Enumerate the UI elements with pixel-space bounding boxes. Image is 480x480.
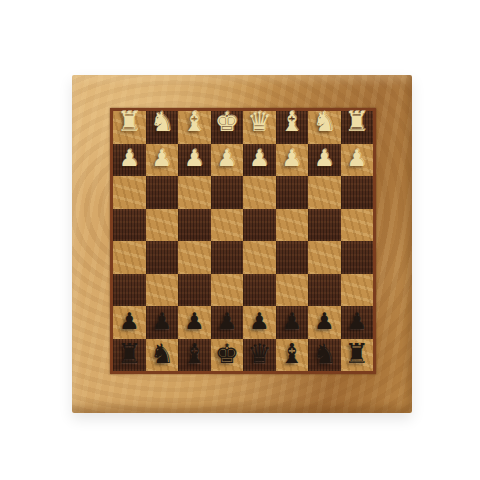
- square-f3: [178, 176, 211, 209]
- square-h4: [113, 209, 146, 242]
- square-e7: ♟: [211, 306, 244, 339]
- square-b7: ♟: [308, 306, 341, 339]
- square-a3: [341, 176, 374, 209]
- black-knight-piece: ♞: [312, 340, 336, 367]
- black-pawn-piece: ♟: [249, 310, 270, 333]
- square-h6: [113, 274, 146, 307]
- black-rook-piece: ♜: [345, 340, 369, 367]
- square-c2: ♟: [276, 144, 309, 177]
- square-g2: ♟: [146, 144, 179, 177]
- square-c5: [276, 241, 309, 274]
- square-f8: ♝: [178, 339, 211, 372]
- square-b4: [308, 209, 341, 242]
- square-d5: [243, 241, 276, 274]
- black-bishop-piece: ♝: [280, 340, 304, 367]
- square-a1: ♜: [341, 111, 374, 144]
- white-pawn-piece: ♟: [184, 147, 205, 170]
- square-e4: [211, 209, 244, 242]
- square-c1: ♝: [276, 111, 309, 144]
- square-h8: ♜: [113, 339, 146, 372]
- black-pawn-piece: ♟: [184, 310, 205, 333]
- white-pawn-piece: ♟: [281, 147, 302, 170]
- square-g5: [146, 241, 179, 274]
- black-pawn-piece: ♟: [281, 310, 302, 333]
- square-d1: ♛: [243, 111, 276, 144]
- square-e5: [211, 241, 244, 274]
- square-b1: ♞: [308, 111, 341, 144]
- square-a7: ♟: [341, 306, 374, 339]
- white-pawn-piece: ♟: [249, 147, 270, 170]
- square-d6: [243, 274, 276, 307]
- white-knight-piece: ♞: [312, 108, 336, 135]
- square-f5: [178, 241, 211, 274]
- square-h1: ♜: [113, 111, 146, 144]
- square-b8: ♞: [308, 339, 341, 372]
- white-bishop-piece: ♝: [280, 108, 304, 135]
- square-d7: ♟: [243, 306, 276, 339]
- square-c3: [276, 176, 309, 209]
- black-bishop-piece: ♝: [182, 340, 206, 367]
- square-g6: [146, 274, 179, 307]
- black-king-piece: ♚: [215, 340, 239, 367]
- square-f6: [178, 274, 211, 307]
- square-h7: ♟: [113, 306, 146, 339]
- chess-board-frame: ♜♞♝♚♛♝♞♜♟♟♟♟♟♟♟♟♟♟♟♟♟♟♟♟♜♞♝♚♛♝♞♜: [72, 75, 412, 413]
- square-f4: [178, 209, 211, 242]
- white-king-piece: ♚: [215, 108, 239, 135]
- board-grid: ♜♞♝♚♛♝♞♜♟♟♟♟♟♟♟♟♟♟♟♟♟♟♟♟♜♞♝♚♛♝♞♜: [113, 111, 373, 371]
- square-e2: ♟: [211, 144, 244, 177]
- square-d2: ♟: [243, 144, 276, 177]
- square-g3: [146, 176, 179, 209]
- black-knight-piece: ♞: [150, 340, 174, 367]
- square-a5: [341, 241, 374, 274]
- square-f2: ♟: [178, 144, 211, 177]
- square-e8: ♚: [211, 339, 244, 372]
- black-pawn-piece: ♟: [151, 310, 172, 333]
- white-knight-piece: ♞: [150, 108, 174, 135]
- square-a2: ♟: [341, 144, 374, 177]
- square-g1: ♞: [146, 111, 179, 144]
- square-g7: ♟: [146, 306, 179, 339]
- square-h2: ♟: [113, 144, 146, 177]
- black-pawn-piece: ♟: [314, 310, 335, 333]
- square-d3: [243, 176, 276, 209]
- square-b6: [308, 274, 341, 307]
- white-pawn-piece: ♟: [119, 147, 140, 170]
- square-b5: [308, 241, 341, 274]
- square-h5: [113, 241, 146, 274]
- white-pawn-piece: ♟: [151, 147, 172, 170]
- square-f7: ♟: [178, 306, 211, 339]
- square-c4: [276, 209, 309, 242]
- square-d8: ♛: [243, 339, 276, 372]
- black-pawn-piece: ♟: [119, 310, 140, 333]
- square-h3: [113, 176, 146, 209]
- white-pawn-piece: ♟: [216, 147, 237, 170]
- square-c8: ♝: [276, 339, 309, 372]
- square-a8: ♜: [341, 339, 374, 372]
- white-rook-piece: ♜: [345, 108, 369, 135]
- square-e6: [211, 274, 244, 307]
- white-queen-piece: ♛: [247, 108, 271, 135]
- square-b3: [308, 176, 341, 209]
- board-inlay-border: ♜♞♝♚♛♝♞♜♟♟♟♟♟♟♟♟♟♟♟♟♟♟♟♟♜♞♝♚♛♝♞♜: [110, 108, 376, 374]
- black-rook-piece: ♜: [117, 340, 141, 367]
- square-g4: [146, 209, 179, 242]
- square-g8: ♞: [146, 339, 179, 372]
- square-b2: ♟: [308, 144, 341, 177]
- square-c6: [276, 274, 309, 307]
- white-pawn-piece: ♟: [346, 147, 367, 170]
- square-d4: [243, 209, 276, 242]
- black-pawn-piece: ♟: [346, 310, 367, 333]
- square-c7: ♟: [276, 306, 309, 339]
- square-a6: [341, 274, 374, 307]
- square-f1: ♝: [178, 111, 211, 144]
- black-pawn-piece: ♟: [216, 310, 237, 333]
- white-bishop-piece: ♝: [182, 108, 206, 135]
- square-e3: [211, 176, 244, 209]
- black-queen-piece: ♛: [247, 340, 271, 367]
- square-a4: [341, 209, 374, 242]
- white-rook-piece: ♜: [117, 108, 141, 135]
- photo-background: ♜♞♝♚♛♝♞♜♟♟♟♟♟♟♟♟♟♟♟♟♟♟♟♟♜♞♝♚♛♝♞♜: [0, 0, 480, 480]
- white-pawn-piece: ♟: [314, 147, 335, 170]
- square-e1: ♚: [211, 111, 244, 144]
